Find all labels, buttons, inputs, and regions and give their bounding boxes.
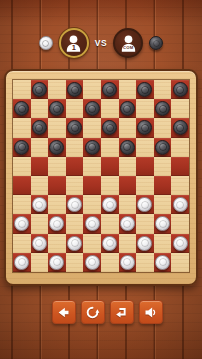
board-square[interactable] <box>48 195 66 214</box>
board-square[interactable] <box>13 253 31 272</box>
restart-icon <box>85 305 100 320</box>
black-piece[interactable] <box>49 101 64 116</box>
back-arrow-icon <box>56 305 71 320</box>
board-square[interactable] <box>119 157 137 176</box>
board-square[interactable] <box>171 234 189 253</box>
white-piece[interactable] <box>32 197 47 212</box>
board-square[interactable] <box>136 253 154 272</box>
board-square[interactable] <box>31 138 49 157</box>
board-square[interactable] <box>154 253 172 272</box>
black-piece[interactable] <box>32 82 47 97</box>
black-piece[interactable] <box>137 120 152 135</box>
board <box>4 69 198 286</box>
board-square[interactable] <box>31 176 49 195</box>
board-square[interactable] <box>66 234 84 253</box>
board-square[interactable] <box>136 234 154 253</box>
board-square[interactable] <box>154 214 172 233</box>
board-square[interactable] <box>154 176 172 195</box>
board-square[interactable] <box>171 195 189 214</box>
black-piece[interactable] <box>102 120 117 135</box>
controls-bar <box>6 300 202 324</box>
white-piece[interactable] <box>14 216 29 231</box>
game-screen: 1 VS COM <box>0 0 202 359</box>
board-square[interactable] <box>31 80 49 99</box>
undo-button[interactable] <box>110 300 134 324</box>
black-checker-indicator <box>149 36 163 50</box>
board-square[interactable] <box>136 118 154 137</box>
black-piece[interactable] <box>49 140 64 155</box>
board-square[interactable] <box>119 99 137 118</box>
board-square[interactable] <box>48 80 66 99</box>
board-square[interactable] <box>101 195 119 214</box>
board-square[interactable] <box>101 138 119 157</box>
board-square[interactable] <box>171 253 189 272</box>
board-square[interactable] <box>48 99 66 118</box>
board-square[interactable] <box>66 99 84 118</box>
board-square[interactable] <box>66 195 84 214</box>
white-piece[interactable] <box>155 216 170 231</box>
person-icon <box>118 33 139 54</box>
white-piece[interactable] <box>85 255 100 270</box>
board-square[interactable] <box>13 138 31 157</box>
board-square[interactable] <box>66 138 84 157</box>
board-square[interactable] <box>66 157 84 176</box>
board-square[interactable] <box>13 99 31 118</box>
board-square[interactable] <box>31 253 49 272</box>
board-square[interactable] <box>13 80 31 99</box>
board-square[interactable] <box>119 214 137 233</box>
board-square[interactable] <box>136 99 154 118</box>
white-piece[interactable] <box>102 236 117 251</box>
black-piece[interactable] <box>67 82 82 97</box>
sound-button[interactable] <box>139 300 163 324</box>
board-square[interactable] <box>13 118 31 137</box>
board-square[interactable] <box>154 99 172 118</box>
white-piece[interactable] <box>120 216 135 231</box>
board-square[interactable] <box>83 195 101 214</box>
board-square[interactable] <box>154 118 172 137</box>
black-piece[interactable] <box>120 140 135 155</box>
board-square[interactable] <box>83 157 101 176</box>
board-square[interactable] <box>13 234 31 253</box>
board-square[interactable] <box>171 118 189 137</box>
white-piece[interactable] <box>173 236 188 251</box>
white-piece[interactable] <box>155 255 170 270</box>
back-button[interactable] <box>52 300 76 324</box>
black-piece[interactable] <box>173 120 188 135</box>
player-number-label: 1 <box>61 44 87 52</box>
board-square[interactable] <box>154 80 172 99</box>
black-piece[interactable] <box>173 82 188 97</box>
white-piece[interactable] <box>137 236 152 251</box>
board-square[interactable] <box>136 80 154 99</box>
board-square[interactable] <box>48 157 66 176</box>
board-square[interactable] <box>66 118 84 137</box>
white-piece[interactable] <box>49 255 64 270</box>
board-square[interactable] <box>136 157 154 176</box>
board-square[interactable] <box>31 195 49 214</box>
board-square[interactable] <box>31 234 49 253</box>
board-square[interactable] <box>171 138 189 157</box>
black-piece[interactable] <box>102 82 117 97</box>
board-square[interactable] <box>119 80 137 99</box>
board-square[interactable] <box>83 80 101 99</box>
board-grid <box>12 79 190 273</box>
board-square[interactable] <box>48 176 66 195</box>
board-square[interactable] <box>154 234 172 253</box>
board-square[interactable] <box>119 138 137 157</box>
white-piece[interactable] <box>14 255 29 270</box>
board-square[interactable] <box>13 214 31 233</box>
board-square[interactable] <box>83 176 101 195</box>
board-square[interactable] <box>83 234 101 253</box>
black-piece[interactable] <box>155 101 170 116</box>
board-square[interactable] <box>13 195 31 214</box>
board-square[interactable] <box>136 138 154 157</box>
undo-arrow-icon <box>114 305 129 320</box>
board-square[interactable] <box>119 176 137 195</box>
board-square[interactable] <box>171 99 189 118</box>
board-square[interactable] <box>136 176 154 195</box>
board-square[interactable] <box>31 118 49 137</box>
board-square[interactable] <box>48 138 66 157</box>
black-piece[interactable] <box>85 101 100 116</box>
board-square[interactable] <box>66 176 84 195</box>
black-piece[interactable] <box>67 120 82 135</box>
speaker-icon <box>143 305 158 320</box>
board-square[interactable] <box>31 214 49 233</box>
board-square[interactable] <box>119 253 137 272</box>
board-square[interactable] <box>66 253 84 272</box>
board-square[interactable] <box>13 157 31 176</box>
board-square[interactable] <box>171 214 189 233</box>
board-square[interactable] <box>101 253 119 272</box>
board-square[interactable] <box>83 214 101 233</box>
white-checker-indicator <box>39 36 53 50</box>
board-square[interactable] <box>154 195 172 214</box>
white-piece[interactable] <box>173 197 188 212</box>
board-square[interactable] <box>101 118 119 137</box>
black-piece[interactable] <box>155 140 170 155</box>
board-square[interactable] <box>48 253 66 272</box>
board-square[interactable] <box>13 176 31 195</box>
board-square[interactable] <box>101 157 119 176</box>
opponent-avatar: COM <box>113 28 143 58</box>
black-piece[interactable] <box>32 120 47 135</box>
board-square[interactable] <box>83 138 101 157</box>
white-piece[interactable] <box>32 236 47 251</box>
white-piece[interactable] <box>85 216 100 231</box>
board-square[interactable] <box>119 118 137 137</box>
board-square[interactable] <box>101 214 119 233</box>
white-piece[interactable] <box>67 197 82 212</box>
board-square[interactable] <box>83 253 101 272</box>
board-square[interactable] <box>136 195 154 214</box>
board-square[interactable] <box>119 195 137 214</box>
board-square[interactable] <box>48 234 66 253</box>
board-square[interactable] <box>101 99 119 118</box>
board-square[interactable] <box>136 214 154 233</box>
black-piece[interactable] <box>137 82 152 97</box>
board-square[interactable] <box>31 99 49 118</box>
white-piece[interactable] <box>67 236 82 251</box>
board-square[interactable] <box>101 234 119 253</box>
vs-label: VS <box>95 38 107 48</box>
board-square[interactable] <box>48 214 66 233</box>
board-square[interactable] <box>48 118 66 137</box>
board-square[interactable] <box>83 99 101 118</box>
board-square[interactable] <box>171 80 189 99</box>
white-piece[interactable] <box>49 216 64 231</box>
board-square[interactable] <box>171 176 189 195</box>
board-square[interactable] <box>66 80 84 99</box>
board-square[interactable] <box>31 157 49 176</box>
board-square[interactable] <box>154 157 172 176</box>
black-piece[interactable] <box>14 101 29 116</box>
match-header: 1 VS COM <box>0 27 202 59</box>
board-square[interactable] <box>101 176 119 195</box>
black-piece[interactable] <box>120 101 135 116</box>
black-piece[interactable] <box>14 140 29 155</box>
board-square[interactable] <box>154 138 172 157</box>
board-square[interactable] <box>171 157 189 176</box>
board-square[interactable] <box>119 234 137 253</box>
black-piece[interactable] <box>85 140 100 155</box>
white-piece[interactable] <box>102 197 117 212</box>
board-square[interactable] <box>83 118 101 137</box>
board-square[interactable] <box>101 80 119 99</box>
restart-button[interactable] <box>81 300 105 324</box>
opponent-com-label: COM <box>115 46 141 50</box>
white-piece[interactable] <box>120 255 135 270</box>
player-avatar: 1 <box>59 28 89 58</box>
board-square[interactable] <box>66 214 84 233</box>
white-piece[interactable] <box>137 197 152 212</box>
